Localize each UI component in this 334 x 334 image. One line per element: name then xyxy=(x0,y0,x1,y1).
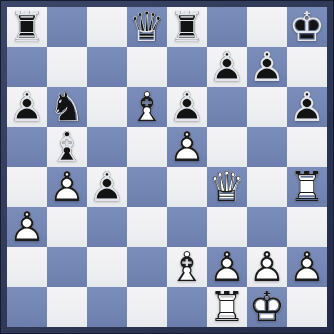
piece-black-pawn: ♟♙ xyxy=(87,167,127,207)
square-d5[interactable] xyxy=(127,127,167,167)
square-f6[interactable] xyxy=(207,87,247,127)
chess-board: ♜♖♛♕♜♖♚♔♟♙♟♙♟♙♞♘♝♗♟♙♟♙♝♗♟♙♟♙♟♙♛♕♜♖♟♙♝♗♟♙… xyxy=(7,7,327,327)
square-e8[interactable]: ♜♖ xyxy=(167,7,207,47)
square-e5[interactable]: ♟♙ xyxy=(167,127,207,167)
piece-white-pawn: ♟♙ xyxy=(167,127,207,167)
square-b4[interactable]: ♟♙ xyxy=(47,167,87,207)
square-h5[interactable] xyxy=(287,127,327,167)
piece-white-rook: ♜♖ xyxy=(207,287,247,327)
piece-white-bishop: ♝♗ xyxy=(167,247,207,287)
square-a3[interactable]: ♟♙ xyxy=(7,207,47,247)
square-d2[interactable] xyxy=(127,247,167,287)
square-e3[interactable] xyxy=(167,207,207,247)
square-h7[interactable] xyxy=(287,47,327,87)
square-h2[interactable]: ♟♙ xyxy=(287,247,327,287)
square-h6[interactable]: ♟♙ xyxy=(287,87,327,127)
square-c3[interactable] xyxy=(87,207,127,247)
square-b5[interactable]: ♝♗ xyxy=(47,127,87,167)
square-a2[interactable] xyxy=(7,247,47,287)
piece-black-queen: ♛♕ xyxy=(127,7,167,47)
square-h3[interactable] xyxy=(287,207,327,247)
square-a7[interactable] xyxy=(7,47,47,87)
square-g3[interactable] xyxy=(247,207,287,247)
square-h4[interactable]: ♜♖ xyxy=(287,167,327,207)
square-e1[interactable] xyxy=(167,287,207,327)
square-g4[interactable] xyxy=(247,167,287,207)
square-h1[interactable] xyxy=(287,287,327,327)
piece-black-king: ♚♔ xyxy=(287,7,327,47)
square-g2[interactable]: ♟♙ xyxy=(247,247,287,287)
square-g5[interactable] xyxy=(247,127,287,167)
square-a8[interactable]: ♜♖ xyxy=(7,7,47,47)
square-d1[interactable] xyxy=(127,287,167,327)
piece-black-pawn: ♟♙ xyxy=(207,47,247,87)
piece-black-rook: ♜♖ xyxy=(7,7,47,47)
square-b7[interactable] xyxy=(47,47,87,87)
square-f1[interactable]: ♜♖ xyxy=(207,287,247,327)
square-c8[interactable] xyxy=(87,7,127,47)
square-d7[interactable] xyxy=(127,47,167,87)
square-c1[interactable] xyxy=(87,287,127,327)
piece-white-queen: ♛♕ xyxy=(207,167,247,207)
square-b3[interactable] xyxy=(47,207,87,247)
square-a4[interactable] xyxy=(7,167,47,207)
piece-black-knight: ♞♘ xyxy=(47,87,87,127)
piece-black-pawn: ♟♙ xyxy=(7,87,47,127)
square-e2[interactable]: ♝♗ xyxy=(167,247,207,287)
square-f3[interactable] xyxy=(207,207,247,247)
square-f7[interactable]: ♟♙ xyxy=(207,47,247,87)
square-f4[interactable]: ♛♕ xyxy=(207,167,247,207)
piece-white-pawn: ♟♙ xyxy=(287,247,327,287)
piece-black-pawn: ♟♙ xyxy=(167,87,207,127)
square-f8[interactable] xyxy=(207,7,247,47)
square-b8[interactable] xyxy=(47,7,87,47)
square-a5[interactable] xyxy=(7,127,47,167)
square-c4[interactable]: ♟♙ xyxy=(87,167,127,207)
square-c2[interactable] xyxy=(87,247,127,287)
square-c7[interactable] xyxy=(87,47,127,87)
square-h8[interactable]: ♚♔ xyxy=(287,7,327,47)
square-b2[interactable] xyxy=(47,247,87,287)
square-g8[interactable] xyxy=(247,7,287,47)
piece-black-pawn: ♟♙ xyxy=(287,87,327,127)
square-d3[interactable] xyxy=(127,207,167,247)
piece-white-bishop: ♝♗ xyxy=(127,87,167,127)
square-a6[interactable]: ♟♙ xyxy=(7,87,47,127)
piece-white-pawn: ♟♙ xyxy=(7,207,47,247)
square-g1[interactable]: ♚♔ xyxy=(247,287,287,327)
piece-white-pawn: ♟♙ xyxy=(47,167,87,207)
square-c6[interactable] xyxy=(87,87,127,127)
square-g7[interactable]: ♟♙ xyxy=(247,47,287,87)
piece-white-pawn: ♟♙ xyxy=(247,247,287,287)
chess-board-frame: ♜♖♛♕♜♖♚♔♟♙♟♙♟♙♞♘♝♗♟♙♟♙♝♗♟♙♟♙♟♙♛♕♜♖♟♙♝♗♟♙… xyxy=(0,0,334,334)
piece-black-rook: ♜♖ xyxy=(167,7,207,47)
square-e6[interactable]: ♟♙ xyxy=(167,87,207,127)
square-d8[interactable]: ♛♕ xyxy=(127,7,167,47)
square-f2[interactable]: ♟♙ xyxy=(207,247,247,287)
piece-white-pawn: ♟♙ xyxy=(207,247,247,287)
piece-black-bishop: ♝♗ xyxy=(47,127,87,167)
square-f5[interactable] xyxy=(207,127,247,167)
square-d6[interactable]: ♝♗ xyxy=(127,87,167,127)
square-a1[interactable] xyxy=(7,287,47,327)
square-b6[interactable]: ♞♘ xyxy=(47,87,87,127)
piece-white-king: ♚♔ xyxy=(247,287,287,327)
piece-white-rook: ♜♖ xyxy=(287,167,327,207)
square-d4[interactable] xyxy=(127,167,167,207)
square-e7[interactable] xyxy=(167,47,207,87)
square-c5[interactable] xyxy=(87,127,127,167)
square-e4[interactable] xyxy=(167,167,207,207)
square-b1[interactable] xyxy=(47,287,87,327)
square-g6[interactable] xyxy=(247,87,287,127)
piece-black-pawn: ♟♙ xyxy=(247,47,287,87)
